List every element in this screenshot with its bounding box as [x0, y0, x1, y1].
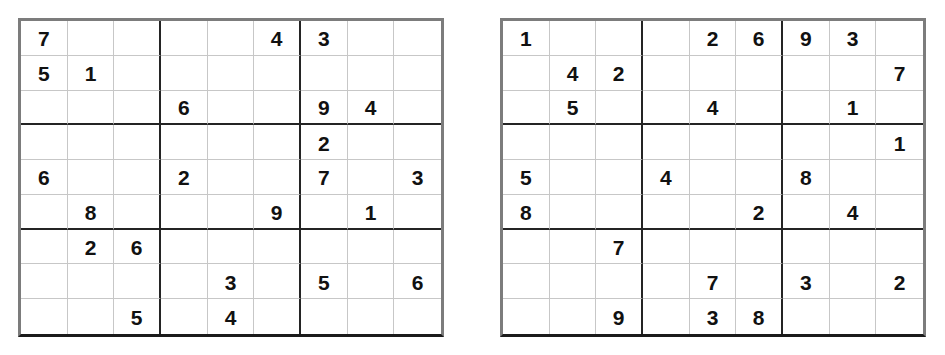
left-cell-r4c4[interactable] — [161, 125, 208, 160]
left-cell-r9c6[interactable] — [254, 299, 301, 334]
left-cell-r4c7: 2 — [301, 125, 348, 160]
left-cell-r4c8[interactable] — [348, 125, 395, 160]
right-cell-r5c5[interactable] — [690, 160, 737, 195]
left-cell-r4c2[interactable] — [68, 125, 115, 160]
right-cell-r7c3: 7 — [596, 230, 643, 265]
left-cell-r6c1[interactable] — [21, 195, 68, 230]
right-cell-r7c5[interactable] — [690, 230, 737, 265]
left-cell-r7c6[interactable] — [254, 230, 301, 265]
right-cell-r5c8[interactable] — [830, 160, 877, 195]
left-cell-r7c5[interactable] — [208, 230, 255, 265]
left-cell-r2c5[interactable] — [208, 56, 255, 91]
left-cell-r3c7: 9 — [301, 91, 348, 126]
left-cell-r5c5[interactable] — [208, 160, 255, 195]
left-cell-r7c1[interactable] — [21, 230, 68, 265]
right-cell-r9c2[interactable] — [550, 299, 597, 334]
right-cell-r9c6: 8 — [736, 299, 783, 334]
puzzle-sheet: 74351694262738912635654 1269342754115488… — [0, 0, 945, 355]
left-cell-r5c2[interactable] — [68, 160, 115, 195]
right-cell-r8c5: 7 — [690, 264, 737, 299]
right-cell-r9c5: 3 — [690, 299, 737, 334]
left-cell-r9c8[interactable] — [348, 299, 395, 334]
left-cell-r2c9[interactable] — [394, 56, 441, 91]
sudoku-board-right: 1269342754115488247732938 — [500, 18, 926, 337]
right-cell-r1c3[interactable] — [596, 21, 643, 56]
right-cell-r6c1: 8 — [503, 195, 550, 230]
left-cell-r1c5[interactable] — [208, 21, 255, 56]
right-cell-r4c4[interactable] — [643, 125, 690, 160]
right-cell-r5c1: 5 — [503, 160, 550, 195]
left-cell-r2c6[interactable] — [254, 56, 301, 91]
right-cell-r6c6: 2 — [736, 195, 783, 230]
right-cell-r3c6[interactable] — [736, 91, 783, 126]
left-cell-r8c7: 5 — [301, 264, 348, 299]
left-cell-r2c8[interactable] — [348, 56, 395, 91]
right-cell-r3c7[interactable] — [783, 91, 830, 126]
left-cell-r6c6: 9 — [254, 195, 301, 230]
right-cell-r8c7: 3 — [783, 264, 830, 299]
right-cell-r5c9[interactable] — [876, 160, 923, 195]
left-cell-r1c8[interactable] — [348, 21, 395, 56]
left-cell-r6c3[interactable] — [114, 195, 161, 230]
right-cell-r6c4[interactable] — [643, 195, 690, 230]
left-cell-r7c7[interactable] — [301, 230, 348, 265]
right-cell-r1c5: 2 — [690, 21, 737, 56]
left-cell-r8c4[interactable] — [161, 264, 208, 299]
left-cell-r5c1: 6 — [21, 160, 68, 195]
left-cell-r7c9[interactable] — [394, 230, 441, 265]
right-cell-r7c4[interactable] — [643, 230, 690, 265]
left-cell-r5c9: 3 — [394, 160, 441, 195]
right-cell-r6c9[interactable] — [876, 195, 923, 230]
right-cell-r3c2: 5 — [550, 91, 597, 126]
left-cell-r8c9: 6 — [394, 264, 441, 299]
right-cell-r6c8: 4 — [830, 195, 877, 230]
right-cell-r5c3[interactable] — [596, 160, 643, 195]
right-cell-r9c1[interactable] — [503, 299, 550, 334]
left-cell-r4c9[interactable] — [394, 125, 441, 160]
right-cell-r9c4[interactable] — [643, 299, 690, 334]
right-cell-r7c6[interactable] — [736, 230, 783, 265]
left-cell-r9c7[interactable] — [301, 299, 348, 334]
right-cell-r6c7[interactable] — [783, 195, 830, 230]
right-cell-r7c9[interactable] — [876, 230, 923, 265]
left-cell-r6c2: 8 — [68, 195, 115, 230]
left-cell-r5c8[interactable] — [348, 160, 395, 195]
left-cell-r1c3[interactable] — [114, 21, 161, 56]
left-cell-r4c6[interactable] — [254, 125, 301, 160]
left-cell-r3c5[interactable] — [208, 91, 255, 126]
left-cell-r1c9[interactable] — [394, 21, 441, 56]
left-cell-r1c6: 4 — [254, 21, 301, 56]
right-cell-r2c5[interactable] — [690, 56, 737, 91]
right-cell-r4c9: 1 — [876, 125, 923, 160]
left-cell-r4c1[interactable] — [21, 125, 68, 160]
sudoku-board-left: 74351694262738912635654 — [18, 18, 444, 337]
left-cell-r6c9[interactable] — [394, 195, 441, 230]
left-cell-r9c5: 4 — [208, 299, 255, 334]
right-cell-r8c3[interactable] — [596, 264, 643, 299]
left-cell-r1c1: 7 — [21, 21, 68, 56]
right-cell-r4c8[interactable] — [830, 125, 877, 160]
right-cell-r2c2: 4 — [550, 56, 597, 91]
right-cell-r3c8: 1 — [830, 91, 877, 126]
left-cell-r3c2[interactable] — [68, 91, 115, 126]
right-cell-r9c3: 9 — [596, 299, 643, 334]
right-cell-r8c8[interactable] — [830, 264, 877, 299]
right-cell-r7c2[interactable] — [550, 230, 597, 265]
right-cell-r7c8[interactable] — [830, 230, 877, 265]
left-cell-r2c3[interactable] — [114, 56, 161, 91]
left-cell-r6c8: 1 — [348, 195, 395, 230]
right-cell-r6c3[interactable] — [596, 195, 643, 230]
right-cell-r3c1[interactable] — [503, 91, 550, 126]
left-cell-r6c5[interactable] — [208, 195, 255, 230]
left-cell-r8c8[interactable] — [348, 264, 395, 299]
right-cell-r5c7: 8 — [783, 160, 830, 195]
left-cell-r3c1[interactable] — [21, 91, 68, 126]
right-cell-r8c2[interactable] — [550, 264, 597, 299]
right-cell-r9c7[interactable] — [783, 299, 830, 334]
right-cell-r8c4[interactable] — [643, 264, 690, 299]
right-cell-r4c6[interactable] — [736, 125, 783, 160]
left-cell-r7c8[interactable] — [348, 230, 395, 265]
right-cell-r3c4[interactable] — [643, 91, 690, 126]
left-cell-r4c5[interactable] — [208, 125, 255, 160]
right-cell-r1c7: 9 — [783, 21, 830, 56]
left-cell-r3c3[interactable] — [114, 91, 161, 126]
left-cell-r7c4[interactable] — [161, 230, 208, 265]
right-cell-r8c9: 2 — [876, 264, 923, 299]
left-cell-r9c9[interactable] — [394, 299, 441, 334]
left-cell-r2c7[interactable] — [301, 56, 348, 91]
right-cell-r4c2[interactable] — [550, 125, 597, 160]
right-cell-r1c8: 3 — [830, 21, 877, 56]
right-cell-r1c1: 1 — [503, 21, 550, 56]
right-cell-r1c4[interactable] — [643, 21, 690, 56]
right-cell-r4c7[interactable] — [783, 125, 830, 160]
right-cell-r4c3[interactable] — [596, 125, 643, 160]
right-cell-r8c1[interactable] — [503, 264, 550, 299]
right-cell-r9c9[interactable] — [876, 299, 923, 334]
right-cell-r2c9: 7 — [876, 56, 923, 91]
left-cell-r9c4[interactable] — [161, 299, 208, 334]
left-cell-r3c8: 4 — [348, 91, 395, 126]
right-cell-r7c7[interactable] — [783, 230, 830, 265]
left-cell-r4c3[interactable] — [114, 125, 161, 160]
right-cell-r2c6[interactable] — [736, 56, 783, 91]
left-cell-r1c7: 3 — [301, 21, 348, 56]
right-cell-r2c4[interactable] — [643, 56, 690, 91]
left-cell-r8c6[interactable] — [254, 264, 301, 299]
right-cell-r5c6[interactable] — [736, 160, 783, 195]
right-cell-r2c1[interactable] — [503, 56, 550, 91]
left-cell-r7c2: 2 — [68, 230, 115, 265]
left-cell-r9c3: 5 — [114, 299, 161, 334]
right-cell-r5c4: 4 — [643, 160, 690, 195]
left-cell-r8c5: 3 — [208, 264, 255, 299]
left-cell-r2c4[interactable] — [161, 56, 208, 91]
right-cell-r4c5[interactable] — [690, 125, 737, 160]
right-cell-r1c2[interactable] — [550, 21, 597, 56]
left-cell-r3c4: 6 — [161, 91, 208, 126]
left-cell-r7c3: 6 — [114, 230, 161, 265]
left-cell-r5c4: 2 — [161, 160, 208, 195]
right-cell-r3c5: 4 — [690, 91, 737, 126]
right-cell-r8c6[interactable] — [736, 264, 783, 299]
left-cell-r9c1[interactable] — [21, 299, 68, 334]
right-cell-r2c7[interactable] — [783, 56, 830, 91]
left-cell-r2c2: 1 — [68, 56, 115, 91]
left-cell-r8c1[interactable] — [21, 264, 68, 299]
right-cell-r6c2[interactable] — [550, 195, 597, 230]
left-cell-r5c7: 7 — [301, 160, 348, 195]
left-cell-r8c3[interactable] — [114, 264, 161, 299]
right-cell-r7c1[interactable] — [503, 230, 550, 265]
left-cell-r1c4[interactable] — [161, 21, 208, 56]
right-cell-r9c8[interactable] — [830, 299, 877, 334]
left-cell-r9c2[interactable] — [68, 299, 115, 334]
right-cell-r5c2[interactable] — [550, 160, 597, 195]
left-cell-r2c1: 5 — [21, 56, 68, 91]
right-cell-r1c6: 6 — [736, 21, 783, 56]
left-cell-r8c2[interactable] — [68, 264, 115, 299]
left-cell-r5c3[interactable] — [114, 160, 161, 195]
right-cell-r4c1[interactable] — [503, 125, 550, 160]
left-cell-r6c7[interactable] — [301, 195, 348, 230]
left-cell-r6c4[interactable] — [161, 195, 208, 230]
left-cell-r1c2[interactable] — [68, 21, 115, 56]
right-cell-r1c9[interactable] — [876, 21, 923, 56]
left-cell-r5c6[interactable] — [254, 160, 301, 195]
right-cell-r2c3: 2 — [596, 56, 643, 91]
left-cell-r3c6[interactable] — [254, 91, 301, 126]
left-cell-r3c9[interactable] — [394, 91, 441, 126]
right-cell-r3c3[interactable] — [596, 91, 643, 126]
right-cell-r3c9[interactable] — [876, 91, 923, 126]
right-cell-r6c5[interactable] — [690, 195, 737, 230]
right-cell-r2c8[interactable] — [830, 56, 877, 91]
